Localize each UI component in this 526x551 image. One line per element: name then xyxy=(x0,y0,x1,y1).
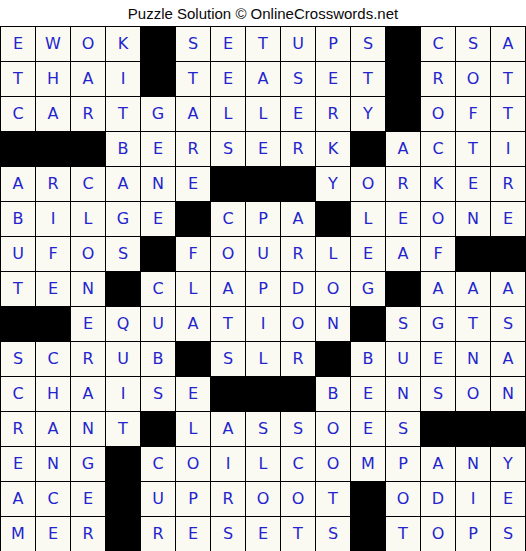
grid-cell: K xyxy=(316,132,351,167)
grid-cell: S xyxy=(246,412,281,447)
black-cell xyxy=(141,62,176,97)
grid-cell: A xyxy=(491,342,526,377)
grid-cell: T xyxy=(176,62,211,97)
grid-cell: D xyxy=(281,272,316,307)
grid-cell: S xyxy=(281,412,316,447)
grid-cell: E xyxy=(456,167,491,202)
grid-cell: N xyxy=(386,377,421,412)
grid-cell: E xyxy=(36,272,71,307)
grid-cell: U xyxy=(246,237,281,272)
grid-cell: S xyxy=(1,342,36,377)
grid-cell: O xyxy=(211,237,246,272)
black-cell xyxy=(456,237,491,272)
grid-cell: L xyxy=(176,412,211,447)
black-cell xyxy=(386,27,421,62)
black-cell xyxy=(176,342,211,377)
grid-cell: A xyxy=(1,482,36,517)
grid-cell: A xyxy=(176,97,211,132)
grid-cell: L xyxy=(246,97,281,132)
grid-cell: E xyxy=(176,377,211,412)
grid-cell: C xyxy=(211,202,246,237)
grid-cell: C xyxy=(421,132,456,167)
grid-cell: N xyxy=(36,447,71,482)
grid-cell: K xyxy=(421,167,456,202)
grid-cell: A xyxy=(36,97,71,132)
grid-cell: C xyxy=(36,482,71,517)
grid-cell: R xyxy=(491,167,526,202)
grid-cell: H xyxy=(36,62,71,97)
grid-cell: A xyxy=(71,377,106,412)
grid-cell: A xyxy=(386,132,421,167)
grid-cell: S xyxy=(491,517,526,551)
grid-cell: F xyxy=(176,237,211,272)
grid-cell: U xyxy=(281,27,316,62)
grid-cell: Y xyxy=(491,447,526,482)
grid-cell: E xyxy=(316,62,351,97)
grid-cell: O xyxy=(316,447,351,482)
grid-cell: A xyxy=(421,272,456,307)
grid-cell: S xyxy=(176,27,211,62)
grid-cell: C xyxy=(141,272,176,307)
grid-cell: L xyxy=(246,342,281,377)
grid-cell: E xyxy=(141,202,176,237)
grid-cell: Y xyxy=(316,167,351,202)
grid-cell: S xyxy=(211,342,246,377)
grid-cell: T xyxy=(386,517,421,551)
grid-cell: T xyxy=(351,62,386,97)
grid-cell: O xyxy=(316,412,351,447)
grid-cell: O xyxy=(421,202,456,237)
grid-cell: A xyxy=(386,237,421,272)
black-cell xyxy=(421,412,456,447)
grid-cell: R xyxy=(141,517,176,551)
grid-cell: C xyxy=(1,377,36,412)
grid-cell: I xyxy=(246,307,281,342)
grid-cell: T xyxy=(316,482,351,517)
grid-cell: T xyxy=(491,97,526,132)
black-cell xyxy=(386,62,421,97)
grid-cell: S xyxy=(316,517,351,551)
black-cell xyxy=(386,97,421,132)
grid-cell: P xyxy=(246,202,281,237)
black-cell xyxy=(386,272,421,307)
grid-cell: O xyxy=(421,517,456,551)
grid-cell: R xyxy=(316,97,351,132)
grid-cell: A xyxy=(491,27,526,62)
grid-cell: C xyxy=(141,447,176,482)
black-cell xyxy=(351,132,386,167)
grid-cell: T xyxy=(106,97,141,132)
grid-cell: F xyxy=(456,97,491,132)
grid-cell: L xyxy=(351,202,386,237)
grid-cell: P xyxy=(246,272,281,307)
grid-cell: O xyxy=(351,167,386,202)
grid-cell: I xyxy=(36,202,71,237)
grid-cell: F xyxy=(421,237,456,272)
grid-cell: O xyxy=(71,27,106,62)
grid-cell: A xyxy=(491,272,526,307)
grid-cell: H xyxy=(36,377,71,412)
black-cell xyxy=(1,132,36,167)
grid-cell: G xyxy=(351,272,386,307)
grid-cell: A xyxy=(106,167,141,202)
grid-cell: T xyxy=(281,517,316,551)
grid-cell: S xyxy=(211,517,246,551)
black-cell xyxy=(176,202,211,237)
black-cell xyxy=(106,272,141,307)
grid-cell: R xyxy=(71,517,106,551)
grid-cell: L xyxy=(316,237,351,272)
grid-cell: R xyxy=(281,132,316,167)
grid-cell: I xyxy=(491,132,526,167)
grid-cell: T xyxy=(456,307,491,342)
grid-cell: O xyxy=(421,97,456,132)
grid-cell: E xyxy=(211,27,246,62)
grid-cell: T xyxy=(1,62,36,97)
grid-cell: I xyxy=(211,447,246,482)
grid-cell: E xyxy=(246,517,281,551)
grid-cell: F xyxy=(36,237,71,272)
grid-cell: U xyxy=(1,237,36,272)
grid-cell: U xyxy=(141,307,176,342)
grid-cell: E xyxy=(351,237,386,272)
grid-cell: Y xyxy=(351,97,386,132)
grid-cell: E xyxy=(351,377,386,412)
grid-cell: G xyxy=(71,447,106,482)
black-cell xyxy=(141,27,176,62)
grid-cell: I xyxy=(106,62,141,97)
grid-cell: E xyxy=(491,482,526,517)
black-cell xyxy=(1,307,36,342)
grid-cell: A xyxy=(176,307,211,342)
grid-cell: A xyxy=(456,272,491,307)
grid-cell: E xyxy=(71,307,106,342)
grid-cell: S xyxy=(386,307,421,342)
black-cell xyxy=(106,447,141,482)
grid-cell: E xyxy=(1,27,36,62)
grid-cell: I xyxy=(456,482,491,517)
black-cell xyxy=(211,377,246,412)
grid-cell: T xyxy=(491,62,526,97)
grid-cell: A xyxy=(246,62,281,97)
grid-cell: A xyxy=(1,167,36,202)
black-cell xyxy=(141,412,176,447)
grid-cell: S xyxy=(106,237,141,272)
grid-cell: O xyxy=(386,482,421,517)
grid-cell: C xyxy=(281,447,316,482)
black-cell xyxy=(316,342,351,377)
grid-cell: R xyxy=(176,132,211,167)
grid-cell: E xyxy=(491,202,526,237)
black-cell xyxy=(351,307,386,342)
black-cell xyxy=(491,237,526,272)
grid-cell: G xyxy=(141,97,176,132)
grid-cell: Q xyxy=(106,307,141,342)
grid-cell: O xyxy=(246,482,281,517)
black-cell xyxy=(106,482,141,517)
grid-cell: I xyxy=(106,377,141,412)
grid-cell: M xyxy=(351,447,386,482)
grid-cell: N xyxy=(456,342,491,377)
grid-cell: E xyxy=(71,482,106,517)
grid-cell: O xyxy=(281,307,316,342)
black-cell xyxy=(211,167,246,202)
grid-cell: L xyxy=(246,447,281,482)
grid-cell: T xyxy=(1,272,36,307)
grid-cell: N xyxy=(456,202,491,237)
grid-cell: R xyxy=(71,97,106,132)
grid-cell: L xyxy=(176,272,211,307)
black-cell xyxy=(456,412,491,447)
grid-cell: E xyxy=(386,202,421,237)
black-cell xyxy=(246,167,281,202)
grid-cell: O xyxy=(71,237,106,272)
grid-cell: S xyxy=(351,27,386,62)
grid-cell: A xyxy=(211,412,246,447)
grid-cell: T xyxy=(106,412,141,447)
black-cell xyxy=(71,132,106,167)
grid-cell: O xyxy=(176,447,211,482)
grid-cell: E xyxy=(176,167,211,202)
grid-cell: S xyxy=(386,412,421,447)
grid-cell: N xyxy=(491,377,526,412)
grid-cell: T xyxy=(456,132,491,167)
black-cell xyxy=(36,307,71,342)
grid-cell: O xyxy=(456,377,491,412)
grid-cell: E xyxy=(281,97,316,132)
grid-cell: E xyxy=(421,342,456,377)
grid-cell: D xyxy=(421,482,456,517)
grid-cell: C xyxy=(421,27,456,62)
black-cell xyxy=(351,482,386,517)
grid-cell: S xyxy=(141,377,176,412)
grid-cell: R xyxy=(421,62,456,97)
grid-cell: E xyxy=(246,132,281,167)
grid-cell: A xyxy=(71,62,106,97)
page-title: Puzzle Solution © OnlineCrosswords.net xyxy=(0,0,526,26)
grid-cell: S xyxy=(491,307,526,342)
grid-cell: P xyxy=(386,447,421,482)
grid-cell: G xyxy=(106,202,141,237)
grid-cell: A xyxy=(36,412,71,447)
grid-cell: O xyxy=(316,272,351,307)
grid-cell: R xyxy=(281,342,316,377)
grid-cell: R xyxy=(71,342,106,377)
grid-cell: S xyxy=(456,27,491,62)
black-cell xyxy=(141,237,176,272)
grid-cell: L xyxy=(211,97,246,132)
grid-cell: G xyxy=(421,307,456,342)
grid-cell: B xyxy=(1,202,36,237)
grid-cell: E xyxy=(211,62,246,97)
black-cell xyxy=(36,132,71,167)
crossword-grid: EWOKSETUPSCSATHAITEASETROTCARTGALLERYOFT… xyxy=(0,26,526,551)
grid-cell: A xyxy=(211,272,246,307)
grid-cell: S xyxy=(421,377,456,412)
grid-cell: L xyxy=(71,202,106,237)
black-cell xyxy=(491,412,526,447)
grid-cell: B xyxy=(351,342,386,377)
grid-cell: O xyxy=(281,482,316,517)
black-cell xyxy=(246,377,281,412)
black-cell xyxy=(316,202,351,237)
grid-cell: S xyxy=(281,62,316,97)
grid-cell: E xyxy=(1,447,36,482)
grid-cell: E xyxy=(176,517,211,551)
grid-cell: N xyxy=(456,447,491,482)
grid-cell: R xyxy=(36,167,71,202)
grid-cell: M xyxy=(1,517,36,551)
grid-cell: K xyxy=(106,27,141,62)
grid-cell: A xyxy=(421,447,456,482)
grid-cell: B xyxy=(141,342,176,377)
grid-cell: T xyxy=(246,27,281,62)
grid-cell: R xyxy=(386,167,421,202)
grid-cell: N xyxy=(71,412,106,447)
black-cell xyxy=(351,517,386,551)
grid-cell: N xyxy=(141,167,176,202)
grid-cell: U xyxy=(106,342,141,377)
black-cell xyxy=(281,167,316,202)
grid-cell: U xyxy=(141,482,176,517)
grid-cell: R xyxy=(1,412,36,447)
grid-cell: U xyxy=(386,342,421,377)
grid-cell: P xyxy=(176,482,211,517)
grid-cell: B xyxy=(106,132,141,167)
grid-cell: C xyxy=(1,97,36,132)
grid-cell: N xyxy=(316,307,351,342)
grid-cell: B xyxy=(316,377,351,412)
grid-cell: N xyxy=(71,272,106,307)
grid-cell: S xyxy=(211,132,246,167)
grid-cell: R xyxy=(211,482,246,517)
grid-cell: W xyxy=(36,27,71,62)
grid-cell: E xyxy=(141,132,176,167)
grid-cell: P xyxy=(316,27,351,62)
grid-cell: R xyxy=(281,237,316,272)
grid-cell: E xyxy=(36,517,71,551)
grid-cell: O xyxy=(456,62,491,97)
black-cell xyxy=(106,517,141,551)
grid-cell: C xyxy=(36,342,71,377)
grid-cell: C xyxy=(71,167,106,202)
grid-cell: A xyxy=(281,202,316,237)
grid-cell: T xyxy=(211,307,246,342)
grid-cell: P xyxy=(456,517,491,551)
grid-cell: E xyxy=(351,412,386,447)
puzzle-solution-page: Puzzle Solution © OnlineCrosswords.net E… xyxy=(0,0,526,551)
black-cell xyxy=(281,377,316,412)
